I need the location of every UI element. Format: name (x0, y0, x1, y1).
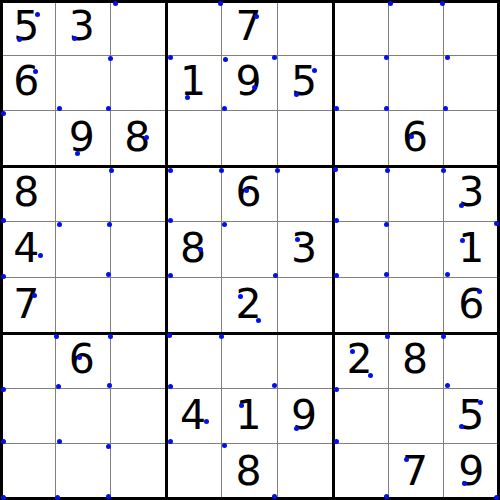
blue-dot-marker (239, 403, 244, 408)
cell-r1c7[interactable] (333, 0, 389, 56)
given-digit: 3 (69, 6, 95, 47)
cell-r9c3[interactable] (111, 444, 167, 500)
blue-dot-marker (219, 168, 224, 173)
blue-dot-marker (404, 457, 409, 462)
cell-r5c9[interactable]: 1 (444, 222, 500, 278)
cell-r9c4[interactable] (167, 444, 223, 500)
given-digit: 4 (180, 395, 206, 436)
cell-r3c1[interactable] (0, 111, 56, 167)
blue-dot-marker (334, 387, 339, 392)
cell-r8c8[interactable] (389, 389, 445, 445)
given-digit: 9 (458, 451, 484, 492)
blue-dot-marker (1, 387, 6, 392)
cell-r5c8[interactable] (389, 222, 445, 278)
blue-dot-marker (443, 106, 448, 111)
blue-dot-marker (32, 293, 37, 298)
cell-r9c6[interactable] (278, 444, 334, 500)
blue-dot-marker (350, 349, 355, 354)
given-digit: 8 (402, 339, 428, 380)
given-digit: 3 (291, 228, 317, 269)
cell-r9c8[interactable]: 7 (389, 444, 445, 500)
blue-dot-marker (57, 439, 62, 444)
blue-dot-marker (222, 222, 227, 227)
blue-dot-marker (204, 419, 209, 424)
cell-r2c6[interactable]: 5 (278, 56, 334, 112)
blue-dot-marker (222, 106, 227, 111)
blue-dot-marker (1, 495, 6, 500)
blue-dot-marker (272, 383, 277, 388)
blue-dot-marker (334, 218, 339, 223)
blue-dot-marker (35, 12, 40, 17)
cell-r8c3[interactable] (111, 389, 167, 445)
blue-dot-marker (409, 134, 414, 139)
blue-dot-marker (223, 57, 228, 62)
blue-dot-marker (1, 111, 6, 116)
given-digit: 4 (13, 228, 39, 269)
cell-r3c6[interactable] (278, 111, 334, 167)
cell-r9c2[interactable] (56, 444, 112, 500)
blue-dot-marker (459, 424, 464, 429)
blue-dot-marker (38, 253, 43, 258)
cell-r8c9[interactable]: 5 (444, 389, 500, 445)
cell-r7c6[interactable] (278, 333, 334, 389)
blue-dot-marker (333, 167, 338, 172)
blue-dot-marker (222, 443, 227, 448)
cell-r9c1[interactable] (0, 444, 56, 500)
blue-dot-marker (106, 106, 111, 111)
blue-dot-marker (1, 274, 6, 279)
given-digit: 6 (13, 61, 39, 102)
blue-dot-marker (168, 168, 173, 173)
blue-dot-marker (55, 495, 60, 500)
cell-r1c6[interactable] (278, 0, 334, 56)
blue-dot-marker (109, 168, 114, 173)
blue-dot-marker (1, 439, 6, 444)
blue-dot-marker (384, 55, 389, 60)
blue-dot-marker (106, 494, 111, 499)
blue-dot-marker (445, 55, 450, 60)
blue-dot-marker (388, 1, 393, 6)
blue-dot-marker (1, 218, 6, 223)
blue-dot-marker (144, 135, 149, 140)
blue-dot-marker (107, 222, 112, 227)
blue-dot-marker (460, 238, 465, 243)
cell-r9c7[interactable] (333, 444, 389, 500)
cell-r1c1[interactable]: 5 (0, 0, 56, 56)
blue-dot-marker (72, 36, 77, 41)
thick-horizontal-line (0, 332, 500, 335)
blue-dot-marker (477, 289, 482, 294)
thick-vertical-line (0, 0, 3, 500)
cell-r4c3[interactable] (111, 167, 167, 223)
blue-dot-marker (256, 318, 261, 323)
blue-dot-marker (168, 439, 173, 444)
cell-r2c5[interactable]: 9 (222, 56, 278, 112)
blue-dot-marker (57, 222, 62, 227)
cell-r4c5[interactable]: 6 (222, 167, 278, 223)
cell-r1c8[interactable] (389, 0, 445, 56)
cell-r1c3[interactable] (111, 0, 167, 56)
cell-r2c4[interactable]: 1 (167, 56, 223, 112)
blue-dot-marker (113, 1, 118, 6)
cell-r9c5[interactable]: 8 (222, 444, 278, 500)
cell-r2c1[interactable]: 6 (0, 56, 56, 112)
blue-dot-marker (462, 481, 467, 486)
given-digit: 8 (13, 172, 39, 213)
cell-r7c2[interactable]: 6 (56, 333, 112, 389)
cell-r4c6[interactable] (278, 167, 334, 223)
blue-dot-marker (275, 168, 280, 173)
blue-dot-marker (33, 69, 38, 74)
blue-dot-marker (384, 222, 389, 227)
given-digit: 6 (402, 117, 428, 158)
given-digit: 9 (235, 61, 261, 102)
blue-dot-marker (244, 188, 249, 193)
blue-dot-marker (106, 272, 111, 277)
blue-dot-marker (368, 373, 373, 378)
cell-r3c2[interactable]: 9 (56, 111, 112, 167)
blue-dot-marker (167, 333, 172, 338)
blue-dot-marker (218, 1, 223, 6)
blue-dot-marker (107, 383, 112, 388)
cell-r7c9[interactable] (444, 333, 500, 389)
blue-dot-marker (334, 106, 339, 111)
blue-dot-marker (445, 272, 450, 277)
cell-r7c3[interactable] (111, 333, 167, 389)
cell-r1c2[interactable]: 3 (56, 0, 112, 56)
blue-dot-marker (219, 334, 224, 339)
cell-r4c7[interactable] (333, 167, 389, 223)
blue-dot-marker (168, 384, 173, 389)
given-digit: 6 (235, 172, 261, 213)
cell-r8c6[interactable]: 9 (278, 389, 334, 445)
blue-dot-marker (273, 273, 278, 278)
blue-dot-marker (252, 85, 257, 90)
blue-dot-marker (57, 106, 62, 111)
cell-r4c4[interactable] (167, 167, 223, 223)
cell-r4c9[interactable]: 3 (444, 167, 500, 223)
given-digit: 8 (235, 451, 261, 492)
given-digit: 1 (180, 61, 206, 102)
blue-dot-marker (108, 56, 113, 61)
blue-dot-marker (106, 444, 111, 449)
blue-dot-marker (108, 334, 113, 339)
cell-r1c9[interactable] (444, 0, 500, 56)
cell-r8c7[interactable] (333, 389, 389, 445)
cell-r6c2[interactable] (56, 278, 112, 334)
thick-vertical-line (165, 0, 168, 500)
cell-r2c3[interactable] (111, 56, 167, 112)
cell-r9c9[interactable]: 9 (444, 444, 500, 500)
cell-r8c4[interactable]: 4 (167, 389, 223, 445)
cell-r2c7[interactable] (333, 56, 389, 112)
cell-r8c1[interactable] (0, 389, 56, 445)
cell-r2c2[interactable] (56, 56, 112, 112)
blue-dot-marker (459, 203, 464, 208)
cell-r3c8[interactable]: 6 (389, 111, 445, 167)
blue-dot-marker (312, 68, 317, 73)
cell-r5c3[interactable] (111, 222, 167, 278)
cell-r6c7[interactable] (333, 278, 389, 334)
blue-dot-marker (168, 273, 173, 278)
blue-dot-marker (238, 294, 243, 299)
cell-r1c4[interactable] (167, 0, 223, 56)
cell-r6c5[interactable]: 2 (222, 278, 278, 334)
cell-r6c1[interactable]: 7 (0, 278, 56, 334)
blue-dot-marker (295, 237, 300, 242)
cell-r4c8[interactable] (389, 167, 445, 223)
cell-r5c7[interactable] (333, 222, 389, 278)
blue-dot-marker (384, 106, 389, 111)
thick-horizontal-line (0, 165, 500, 168)
blue-dot-marker (294, 426, 299, 431)
blue-dot-marker (385, 334, 390, 339)
given-digit: 7 (13, 284, 39, 325)
given-digit: 1 (458, 228, 484, 269)
given-digit: 1 (235, 395, 261, 436)
cell-r7c5[interactable] (222, 333, 278, 389)
cell-r4c2[interactable] (56, 167, 112, 223)
cell-r6c8[interactable] (389, 278, 445, 334)
cell-r5c5[interactable] (222, 222, 278, 278)
cell-r5c4[interactable]: 8 (167, 222, 223, 278)
blue-dot-marker (385, 168, 390, 173)
blue-dot-marker (54, 334, 59, 339)
blue-dot-marker (445, 383, 450, 388)
blue-dot-marker (254, 14, 259, 19)
blue-dot-marker (334, 273, 339, 278)
cell-r5c1[interactable]: 4 (0, 222, 56, 278)
blue-dot-marker (272, 494, 277, 499)
cell-r8c5[interactable]: 1 (222, 389, 278, 445)
blue-dot-marker (185, 95, 190, 100)
cell-r3c3[interactable]: 8 (111, 111, 167, 167)
blue-dot-marker (478, 400, 483, 405)
blue-dot-marker (272, 55, 277, 60)
cell-r3c7[interactable] (333, 111, 389, 167)
blue-dot-marker (441, 334, 446, 339)
cell-r6c6[interactable] (278, 278, 334, 334)
cell-r5c2[interactable] (56, 222, 112, 278)
given-digit: 9 (69, 117, 95, 158)
blue-dot-marker (294, 92, 299, 97)
blue-dot-marker (17, 37, 22, 42)
cell-r2c9[interactable] (444, 56, 500, 112)
cell-r3c4[interactable] (167, 111, 223, 167)
cell-r7c8[interactable]: 8 (389, 333, 445, 389)
cell-r4c1[interactable]: 8 (0, 167, 56, 223)
blue-dot-marker (494, 221, 499, 226)
cell-r3c9[interactable] (444, 111, 500, 167)
thick-vertical-line (332, 0, 335, 500)
blue-dot-marker (384, 494, 389, 499)
blue-dot-marker (384, 272, 389, 277)
cell-r5c6[interactable]: 3 (278, 222, 334, 278)
cell-r6c3[interactable] (111, 278, 167, 334)
cell-r7c1[interactable] (0, 333, 56, 389)
cell-r7c4[interactable] (167, 333, 223, 389)
given-digit: 6 (69, 339, 95, 380)
blue-dot-marker (168, 218, 173, 223)
cell-r2c8[interactable] (389, 56, 445, 112)
cell-r6c4[interactable] (167, 278, 223, 334)
blue-dot-marker (334, 439, 339, 444)
blue-dot-marker (56, 384, 61, 389)
cell-r6c9[interactable]: 6 (444, 278, 500, 334)
blue-dot-marker (494, 495, 499, 500)
cell-r8c2[interactable] (56, 389, 112, 445)
sudoku-grid: 537619598686348317266284195879 (0, 0, 500, 500)
thick-horizontal-line (0, 0, 500, 3)
blue-dot-marker (198, 247, 203, 252)
blue-dot-marker (75, 151, 80, 156)
blue-dot-marker (441, 168, 446, 173)
cell-r7c7[interactable]: 2 (333, 333, 389, 389)
given-digit: 7 (235, 6, 261, 47)
sudoku-board: 537619598686348317266284195879 (0, 0, 500, 500)
blue-dot-marker (440, 1, 445, 6)
blue-dot-marker (168, 55, 173, 60)
cell-r3c5[interactable] (222, 111, 278, 167)
blue-dot-marker (77, 355, 82, 360)
cell-r1c5[interactable]: 7 (222, 0, 278, 56)
